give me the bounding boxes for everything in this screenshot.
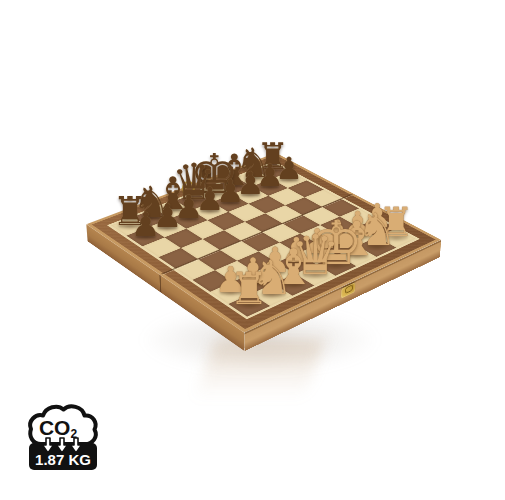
square-c4 [220, 241, 259, 261]
square-e2 [298, 244, 337, 264]
product-photo-chess-set: ♜♞♝♛♚♝♞♜♟♟♟♟♟♟♟♟♟♟♟♟♟♟♟♟♜♞♝♛♚♝♞♜ CO2 1.8… [0, 0, 505, 500]
square-c2 [255, 263, 295, 284]
co2-badge: CO2 1.87 KG [24, 398, 102, 478]
square-c1 [273, 274, 314, 296]
square-a4 [175, 259, 215, 280]
box-side-fold-seam [159, 274, 161, 293]
square-f1 [337, 246, 376, 266]
square-a1 [228, 294, 270, 317]
square-f2 [318, 235, 357, 255]
square-b4 [198, 250, 237, 270]
square-a5 [159, 248, 198, 268]
square-c5 [203, 230, 241, 249]
square-b2 [233, 272, 274, 294]
weight-label: 1.87 KG [35, 451, 91, 468]
square-a6 [142, 237, 181, 257]
square-b1 [251, 284, 292, 306]
square-a2 [210, 282, 251, 304]
square-g1 [357, 237, 396, 257]
square-e3 [280, 234, 319, 254]
square-c3 [237, 252, 277, 273]
square-b3 [215, 261, 255, 282]
square-d3 [259, 242, 298, 262]
square-e1 [316, 255, 356, 276]
corner-reflection [196, 340, 325, 398]
board-squares [111, 163, 415, 317]
square-b5 [181, 239, 220, 259]
brass-catch-icon [182, 181, 195, 195]
square-a3 [192, 270, 232, 292]
square-d1 [295, 264, 335, 285]
square-d4 [241, 232, 280, 252]
square-d2 [277, 253, 317, 274]
